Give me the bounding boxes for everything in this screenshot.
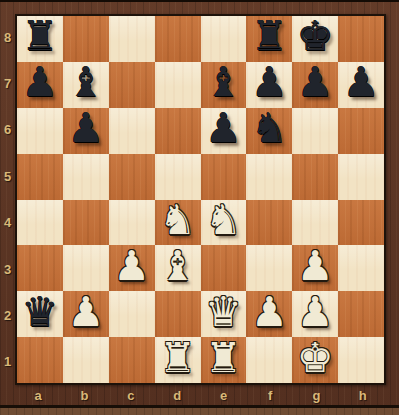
square-c4[interactable] [109, 200, 155, 246]
square-b2[interactable]: ♟ [63, 291, 109, 337]
square-f5[interactable] [246, 154, 292, 200]
frame-bottom-strip [0, 408, 399, 415]
square-h6[interactable] [338, 108, 384, 154]
rank-label-8: 8 [0, 14, 15, 60]
white-pawn-f2[interactable]: ♟ [251, 292, 288, 333]
square-d6[interactable] [155, 108, 201, 154]
square-b6[interactable]: ♟ [63, 108, 109, 154]
square-a1[interactable] [17, 337, 63, 383]
square-d5[interactable] [155, 154, 201, 200]
square-d8[interactable] [155, 16, 201, 62]
white-knight-d4[interactable]: ♞ [159, 200, 196, 241]
square-e2[interactable]: ♛ [201, 291, 247, 337]
rank-label-2: 2 [0, 292, 15, 338]
square-h4[interactable] [338, 200, 384, 246]
black-bishop-b7[interactable]: ♝ [67, 62, 104, 103]
black-pawn-e6[interactable]: ♟ [205, 108, 242, 149]
square-g7[interactable]: ♟ [292, 62, 338, 108]
file-label-f: f [247, 385, 293, 405]
white-pawn-c3[interactable]: ♟ [113, 246, 150, 287]
black-pawn-a7[interactable]: ♟ [22, 62, 59, 103]
square-h7[interactable]: ♟ [338, 62, 384, 108]
square-a4[interactable] [17, 200, 63, 246]
square-f3[interactable] [246, 245, 292, 291]
black-rook-f8[interactable]: ♜ [251, 16, 288, 57]
chess-board: ♜♜♚♟♝♝♟♟♟♟♟♞♞♞♟♝♟♛♟♛♟♟♜♜♚ [15, 14, 386, 385]
square-c2[interactable] [109, 291, 155, 337]
square-a3[interactable] [17, 245, 63, 291]
square-h8[interactable] [338, 16, 384, 62]
square-g4[interactable] [292, 200, 338, 246]
file-labels: abcdefgh [15, 385, 386, 405]
square-e7[interactable]: ♝ [201, 62, 247, 108]
chess-board-window: 87654321 ♜♜♚♟♝♝♟♟♟♟♟♞♞♞♟♝♟♛♟♛♟♟♜♜♚ abcde… [0, 0, 399, 415]
square-g6[interactable] [292, 108, 338, 154]
square-f2[interactable]: ♟ [246, 291, 292, 337]
rank-label-5: 5 [0, 153, 15, 199]
square-e5[interactable] [201, 154, 247, 200]
rank-labels: 87654321 [0, 14, 15, 385]
square-b1[interactable] [63, 337, 109, 383]
square-f1[interactable] [246, 337, 292, 383]
board-grid: ♜♜♚♟♝♝♟♟♟♟♟♞♞♞♟♝♟♛♟♛♟♟♜♜♚ [17, 16, 384, 383]
square-d1[interactable]: ♜ [155, 337, 201, 383]
rank-label-6: 6 [0, 107, 15, 153]
file-label-c: c [108, 385, 154, 405]
square-c1[interactable] [109, 337, 155, 383]
square-h3[interactable] [338, 245, 384, 291]
white-pawn-g2[interactable]: ♟ [297, 292, 334, 333]
square-e1[interactable]: ♜ [201, 337, 247, 383]
black-knight-f6[interactable]: ♞ [251, 108, 288, 149]
black-pawn-f7[interactable]: ♟ [251, 62, 288, 103]
square-a5[interactable] [17, 154, 63, 200]
square-g8[interactable]: ♚ [292, 16, 338, 62]
square-e6[interactable]: ♟ [201, 108, 247, 154]
square-c6[interactable] [109, 108, 155, 154]
rank-label-4: 4 [0, 200, 15, 246]
square-f7[interactable]: ♟ [246, 62, 292, 108]
square-f6[interactable]: ♞ [246, 108, 292, 154]
square-a8[interactable]: ♜ [17, 16, 63, 62]
square-a7[interactable]: ♟ [17, 62, 63, 108]
rank-label-3: 3 [0, 246, 15, 292]
white-bishop-d3[interactable]: ♝ [159, 246, 196, 287]
black-pawn-h7[interactable]: ♟ [343, 62, 380, 103]
white-queen-e2[interactable]: ♛ [205, 292, 242, 333]
square-c8[interactable] [109, 16, 155, 62]
file-label-h: h [340, 385, 386, 405]
square-f8[interactable]: ♜ [246, 16, 292, 62]
square-e8[interactable] [201, 16, 247, 62]
square-h5[interactable] [338, 154, 384, 200]
file-label-b: b [61, 385, 107, 405]
white-king-g1[interactable]: ♚ [297, 338, 334, 379]
white-rook-d1[interactable]: ♜ [159, 338, 196, 379]
square-g2[interactable]: ♟ [292, 291, 338, 337]
square-b3[interactable] [63, 245, 109, 291]
white-pawn-g3[interactable]: ♟ [297, 246, 334, 287]
square-a2[interactable]: ♛ [17, 291, 63, 337]
square-d2[interactable] [155, 291, 201, 337]
square-h1[interactable] [338, 337, 384, 383]
square-b8[interactable] [63, 16, 109, 62]
white-knight-e4[interactable]: ♞ [205, 200, 242, 241]
square-a6[interactable] [17, 108, 63, 154]
square-f4[interactable] [246, 200, 292, 246]
file-label-a: a [15, 385, 61, 405]
square-d7[interactable] [155, 62, 201, 108]
square-c3[interactable]: ♟ [109, 245, 155, 291]
black-rook-a8[interactable]: ♜ [22, 16, 59, 57]
black-bishop-e7[interactable]: ♝ [205, 62, 242, 103]
square-b7[interactable]: ♝ [63, 62, 109, 108]
file-label-g: g [293, 385, 339, 405]
black-king-g8[interactable]: ♚ [297, 16, 334, 57]
black-pawn-b6[interactable]: ♟ [67, 108, 104, 149]
square-c5[interactable] [109, 154, 155, 200]
black-queen-a2[interactable]: ♛ [22, 292, 59, 333]
rank-label-7: 7 [0, 60, 15, 106]
file-label-d: d [154, 385, 200, 405]
square-b5[interactable] [63, 154, 109, 200]
square-e4[interactable]: ♞ [201, 200, 247, 246]
frame-top-edge [0, 0, 399, 2]
square-g1[interactable]: ♚ [292, 337, 338, 383]
square-e3[interactable] [201, 245, 247, 291]
square-d3[interactable]: ♝ [155, 245, 201, 291]
square-g5[interactable] [292, 154, 338, 200]
square-b4[interactable] [63, 200, 109, 246]
square-d4[interactable]: ♞ [155, 200, 201, 246]
square-h2[interactable] [338, 291, 384, 337]
file-label-e: e [201, 385, 247, 405]
white-rook-e1[interactable]: ♜ [205, 338, 242, 379]
black-pawn-g7[interactable]: ♟ [297, 62, 334, 103]
square-g3[interactable]: ♟ [292, 245, 338, 291]
white-pawn-b2[interactable]: ♟ [67, 292, 104, 333]
square-c7[interactable] [109, 62, 155, 108]
rank-label-1: 1 [0, 339, 15, 385]
